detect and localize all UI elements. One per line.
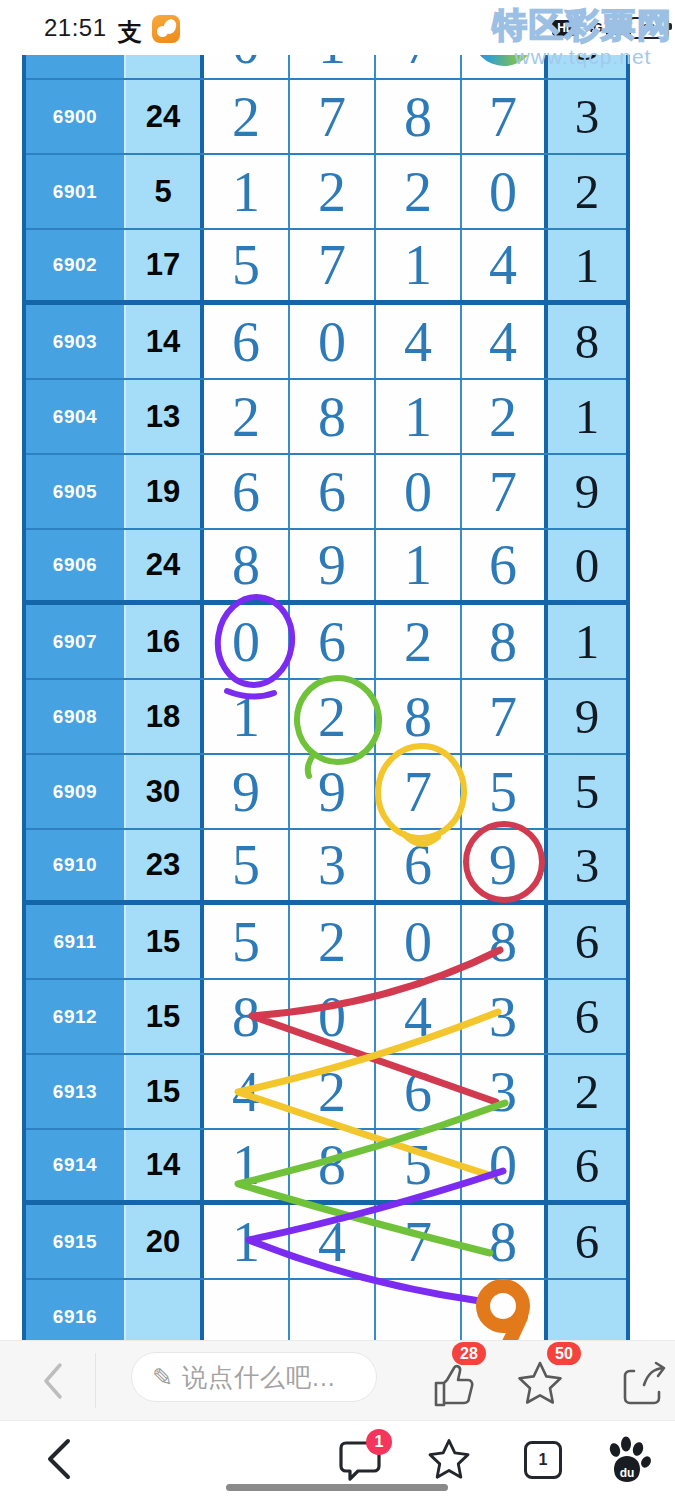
digit-cell-value: 4 — [489, 310, 517, 374]
tail-digit-cell-value: 1 — [575, 388, 600, 445]
digit-cell-value: 8 — [318, 385, 346, 449]
digit-cell: 1 — [204, 1205, 290, 1278]
digit-cell: 0 — [204, 605, 290, 678]
sum-cell: 15 — [126, 1055, 204, 1128]
period-cell: 6912 — [26, 980, 126, 1053]
like-button[interactable] — [428, 1359, 480, 1411]
sum-cell: 15 — [126, 980, 204, 1053]
comment-input[interactable]: ✎ 说点什么吧... — [131, 1352, 377, 1402]
table-row: 69031460448 — [26, 305, 626, 380]
table-row: 69021757141 — [26, 230, 626, 305]
status-icons: HD 4G 36 — [552, 17, 669, 39]
digit-cell-value: 1 — [232, 685, 260, 749]
tail-digit-cell-value: 9 — [575, 463, 600, 520]
digit-cell-value: 7 — [489, 85, 517, 149]
tail-digit-cell-value: 1 — [575, 237, 600, 294]
period-cell: 6904 — [26, 380, 126, 453]
tail-digit-cell: 1 — [548, 605, 626, 678]
period-cell-value: 6908 — [53, 706, 97, 728]
digit-cell: 3 — [462, 980, 548, 1053]
digit-cell-value: 8 — [232, 533, 260, 597]
digit-cell-value: 8 — [489, 910, 517, 974]
bookmark-star-button[interactable] — [426, 1437, 472, 1483]
tail-digit-cell-value: 6 — [575, 988, 600, 1045]
home-indicator[interactable] — [226, 1484, 448, 1491]
pencil-icon: ✎ — [152, 1363, 173, 1392]
tail-digit-cell: 6 — [548, 980, 626, 1053]
table-row: 69102353693 — [26, 830, 626, 905]
digit-cell-value: 6 — [318, 610, 346, 674]
period-cell: 6908 — [26, 680, 126, 753]
table-row: 69111552086 — [26, 905, 626, 980]
app-screen: 21:51 支 HD 4G 36 特区彩票网 www.tqcp.net 0178… — [0, 0, 675, 1500]
sum-cell-value: 15 — [146, 1074, 180, 1110]
period-cell-value: 6911 — [53, 931, 96, 953]
digit-cell: 6 — [290, 455, 376, 528]
table-row: 69051966079 — [26, 455, 626, 530]
sum-cell — [126, 1280, 204, 1340]
comment-bar: ✎ 说点什么吧... 28 50 — [0, 1340, 675, 1421]
sum-cell: 18 — [126, 680, 204, 753]
digit-cell-value: 7 — [404, 760, 432, 824]
sum-cell: 19 — [126, 455, 204, 528]
sum-cell: 20 — [126, 1205, 204, 1278]
hd-icon: HD — [552, 20, 579, 36]
digit-cell-value: 0 — [404, 460, 432, 524]
digit-cell-value: 2 — [318, 685, 346, 749]
tail-digit-cell-value: 6 — [575, 913, 600, 970]
sum-cell-value: 24 — [146, 547, 180, 583]
table-row: 6901512202 — [26, 155, 626, 230]
sum-cell: 14 — [126, 305, 204, 378]
digit-cell-value: 2 — [318, 160, 346, 224]
sum-cell-value: 30 — [146, 774, 180, 810]
period-cell: 6914 — [26, 1130, 126, 1200]
share-button[interactable] — [620, 1359, 670, 1409]
digit-cell: 1 — [376, 530, 462, 600]
battery-icon: 36 — [629, 17, 669, 39]
digit-cell-value: 4 — [489, 233, 517, 297]
digit-cell-value: 0 — [232, 610, 260, 674]
sum-cell-value: 15 — [146, 999, 180, 1035]
digit-cell: 4 — [376, 980, 462, 1053]
tail-digit-cell-value: 2 — [575, 1063, 600, 1120]
digit-cell — [462, 1280, 548, 1340]
period-cell: 6900 — [26, 80, 126, 153]
digit-cell: 5 — [462, 755, 548, 828]
digit-cell: 6 — [462, 530, 548, 600]
tail-digit-cell: 9 — [548, 680, 626, 753]
digit-cell: 0 — [376, 455, 462, 528]
digit-cell-value: 0 — [232, 55, 260, 76]
tail-digit-cell-value: 3 — [575, 55, 600, 72]
period-cell-value: 6906 — [53, 554, 97, 576]
favorite-button[interactable] — [514, 1358, 566, 1410]
digit-cell-value: 4 — [232, 1060, 260, 1124]
digit-cell-value: 1 — [404, 533, 432, 597]
alipay-icon: 支 — [118, 16, 142, 48]
digit-cell: 6 — [290, 605, 376, 678]
tail-digit-cell: 9 — [548, 455, 626, 528]
tail-digit-cell — [548, 1280, 626, 1340]
digit-cell: 1 — [204, 680, 290, 753]
digit-cell: 0 — [290, 980, 376, 1053]
digit-cell: 7 — [462, 680, 548, 753]
table-row: 69041328121 — [26, 380, 626, 455]
digit-cell: 8 — [462, 905, 548, 978]
sum-cell: 16 — [126, 605, 204, 678]
sum-cell-value: 23 — [146, 847, 180, 883]
sum-cell: 24 — [126, 80, 204, 153]
digit-cell: 7 — [462, 80, 548, 153]
digit-cell-value: 7 — [489, 460, 517, 524]
digit-cell — [376, 1280, 462, 1340]
digit-cell-value: 4 — [404, 310, 432, 374]
digit-cell: 2 — [290, 155, 376, 228]
period-cell-value: 6916 — [53, 1306, 97, 1328]
period-cell: 6915 — [26, 1205, 126, 1278]
network-type-label: 4G — [586, 22, 602, 34]
digit-cell: 4 — [462, 305, 548, 378]
sum-cell: 23 — [126, 830, 204, 900]
digit-cell-value: 0 — [489, 1133, 517, 1197]
table-row: 69141418506 — [26, 1130, 626, 1205]
sum-cell-value: 20 — [146, 1224, 180, 1260]
digit-cell: 9 — [204, 755, 290, 828]
tab-count: 1 — [539, 1451, 548, 1469]
tail-digit-cell-value: 1 — [575, 613, 600, 670]
period-cell-value: 6904 — [53, 406, 97, 428]
favorite-count-badge: 50 — [547, 1342, 581, 1365]
uc-browser-app-icon — [152, 15, 180, 43]
digit-cell-value: 6 — [404, 833, 432, 897]
digit-cell: 0 — [204, 55, 290, 78]
digit-cell: 6 — [376, 1055, 462, 1128]
sum-cell-value: 17 — [146, 247, 180, 283]
battery-percent: 36 — [643, 22, 655, 34]
period-cell-value: 6902 — [53, 254, 97, 276]
digit-cell-value: 3 — [489, 1060, 517, 1124]
tail-digit-cell: 3 — [548, 55, 626, 78]
digit-cell: 4 — [376, 305, 462, 378]
tail-digit-cell: 1 — [548, 230, 626, 300]
table-row: 69121580436 — [26, 980, 626, 1055]
digit-cell-value: 2 — [318, 1060, 346, 1124]
digit-cell: 0 — [290, 305, 376, 378]
period-cell: 6910 — [26, 830, 126, 900]
digit-cell: 2 — [376, 155, 462, 228]
digit-cell: 8 — [376, 80, 462, 153]
digit-cell: 8 — [204, 980, 290, 1053]
digit-cell — [204, 1280, 290, 1340]
digit-cell-value: 2 — [232, 85, 260, 149]
digit-cell: 5 — [204, 230, 290, 300]
tail-digit-cell-value: 3 — [575, 88, 600, 145]
tail-digit-cell: 3 — [548, 830, 626, 900]
digit-cell-value: 9 — [232, 760, 260, 824]
digit-cell-value: 7 — [318, 233, 346, 297]
tail-digit-cell: 2 — [548, 155, 626, 228]
tail-digit-cell: 3 — [548, 80, 626, 153]
digit-cell: 6 — [376, 830, 462, 900]
table-row: 69062489160 — [26, 530, 626, 605]
table-row: 69081812879 — [26, 680, 626, 755]
digit-cell: 1 — [376, 230, 462, 300]
sum-cell-value: 18 — [146, 699, 180, 735]
digit-cell-value: 0 — [318, 985, 346, 1049]
period-cell: 6907 — [26, 605, 126, 678]
digit-cell-value: 5 — [489, 760, 517, 824]
digit-cell: 8 — [462, 1205, 548, 1278]
status-bar: 21:51 支 HD 4G 36 — [0, 0, 675, 55]
digit-cell-value: 1 — [232, 1133, 260, 1197]
sum-cell: 24 — [126, 530, 204, 600]
digit-cell-value: 8 — [318, 1133, 346, 1197]
period-cell: 6901 — [26, 155, 126, 228]
tail-digit-cell-value: 3 — [575, 837, 600, 894]
digit-cell: 1 — [290, 55, 376, 78]
tail-digit-cell: 6 — [548, 905, 626, 978]
digit-cell: 2 — [290, 680, 376, 753]
sum-cell — [126, 55, 204, 78]
digit-cell-value: 1 — [404, 385, 432, 449]
digit-cell: 2 — [290, 905, 376, 978]
digit-cell-value: 2 — [404, 610, 432, 674]
tail-digit-cell: 8 — [548, 305, 626, 378]
period-cell-value: 6900 — [53, 106, 97, 128]
digit-cell-value: 6 — [232, 460, 260, 524]
digit-cell-value: 5 — [232, 833, 260, 897]
digit-cell-value: 3 — [318, 833, 346, 897]
digit-cell: 2 — [462, 380, 548, 453]
digit-cell: 0 — [462, 155, 548, 228]
digit-cell: 8 — [290, 380, 376, 453]
period-cell: 6916 — [26, 1280, 126, 1340]
tabs-button[interactable]: 1 — [524, 1441, 562, 1479]
digit-cell-value: 8 — [489, 1210, 517, 1274]
sum-cell-value: 24 — [146, 99, 180, 135]
period-cell: 6905 — [26, 455, 126, 528]
comment-placeholder: 说点什么吧... — [182, 1361, 336, 1394]
digit-cell-value: 7 — [404, 1210, 432, 1274]
sum-cell: 13 — [126, 380, 204, 453]
period-cell: 6909 — [26, 755, 126, 828]
digit-cell: 6 — [204, 305, 290, 378]
period-cell-value: 6907 — [53, 631, 97, 653]
digit-cell: 5 — [204, 830, 290, 900]
digit-cell: 2 — [204, 380, 290, 453]
tail-digit-cell-value: 2 — [575, 163, 600, 220]
digit-cell: 3 — [290, 830, 376, 900]
sum-cell: 17 — [126, 230, 204, 300]
tail-digit-cell: 0 — [548, 530, 626, 600]
sum-cell-value: 15 — [146, 924, 180, 960]
like-count-badge: 28 — [452, 1342, 486, 1365]
table-row: 69152014786 — [26, 1205, 626, 1280]
period-cell: 6911 — [26, 905, 126, 978]
digit-cell — [290, 1280, 376, 1340]
digit-cell: 8 — [462, 605, 548, 678]
period-cell-value: 6913 — [53, 1081, 97, 1103]
digit-cell-value: 0 — [489, 160, 517, 224]
digit-cell-value: 6 — [489, 533, 517, 597]
digit-cell-value: 5 — [404, 1133, 432, 1197]
digit-cell: 1 — [204, 1130, 290, 1200]
digit-cell-value: 6 — [404, 1060, 432, 1124]
table-row: 6916 — [26, 1280, 626, 1340]
digit-cell: 4 — [204, 1055, 290, 1128]
table-row: 01783 — [26, 55, 626, 80]
period-cell-value: 6910 — [53, 854, 97, 876]
digit-cell: 2 — [290, 1055, 376, 1128]
sum-cell-value: 14 — [146, 1147, 180, 1183]
digit-cell-value: 9 — [489, 833, 517, 897]
sum-cell-value: 5 — [154, 174, 171, 210]
digit-cell: 7 — [290, 80, 376, 153]
digit-cell-value: 0 — [404, 910, 432, 974]
digit-cell-value: 8 — [489, 610, 517, 674]
period-cell-value: 6909 — [53, 781, 97, 803]
digit-cell-value: 2 — [489, 385, 517, 449]
signal-icon: 4G — [586, 21, 622, 35]
digit-cell: 2 — [204, 80, 290, 153]
digit-cell: 5 — [204, 905, 290, 978]
digit-cell: 9 — [290, 755, 376, 828]
digit-cell: 7 — [376, 55, 462, 78]
period-cell-value: 6905 — [53, 481, 97, 503]
back-button[interactable] — [42, 1435, 76, 1483]
digit-cell: 8 — [290, 1130, 376, 1200]
tail-digit-cell-value: 6 — [575, 1213, 600, 1270]
clock: 21:51 — [44, 14, 107, 42]
digit-cell-value: 0 — [318, 310, 346, 374]
digit-cell-value: 4 — [404, 985, 432, 1049]
digit-cell: 3 — [462, 1055, 548, 1128]
digit-cell: 9 — [290, 530, 376, 600]
table-row: 69131542632 — [26, 1055, 626, 1130]
period-cell-value: 6901 — [53, 181, 97, 203]
digit-cell-value: 1 — [232, 1210, 260, 1274]
digit-cell-value: 5 — [232, 233, 260, 297]
period-cell-value: 6903 — [53, 331, 97, 353]
tail-digit-cell-value: 0 — [575, 537, 600, 594]
digit-cell-value: 4 — [318, 1210, 346, 1274]
collapse-chevron-icon[interactable] — [38, 1359, 68, 1403]
period-cell: 6913 — [26, 1055, 126, 1128]
sum-cell-value: 13 — [146, 399, 180, 435]
digit-cell-value: 7 — [318, 85, 346, 149]
digit-cell: 7 — [376, 755, 462, 828]
table-row: 69002427873 — [26, 80, 626, 155]
digit-cell: 7 — [462, 455, 548, 528]
digit-cell-value: 6 — [318, 460, 346, 524]
digit-cell-value: 9 — [318, 533, 346, 597]
comments-count-badge: 1 — [366, 1429, 392, 1455]
digit-cell-value: 1 — [404, 233, 432, 297]
digit-cell-value: 8 — [404, 685, 432, 749]
period-cell-value: 6912 — [53, 1006, 97, 1028]
digit-cell: 5 — [376, 1130, 462, 1200]
digit-cell-value: 2 — [232, 385, 260, 449]
digit-cell: 1 — [376, 380, 462, 453]
tail-digit-cell-value: 5 — [575, 763, 600, 820]
sum-cell-value: 19 — [146, 474, 180, 510]
digit-cell-value: 3 — [489, 985, 517, 1049]
chart-scroll-area[interactable]: 0178369002427873690151220269021757141690… — [22, 55, 630, 1340]
tail-digit-cell: 6 — [548, 1130, 626, 1200]
period-cell-value: 6915 — [53, 1231, 97, 1253]
digit-cell: 7 — [290, 230, 376, 300]
table-row: 69071606281 — [26, 605, 626, 680]
period-cell — [26, 55, 126, 78]
digit-cell-value: 7 — [489, 685, 517, 749]
sum-cell: 14 — [126, 1130, 204, 1200]
digit-cell-value: 2 — [318, 910, 346, 974]
digit-cell: 4 — [290, 1205, 376, 1278]
tail-digit-cell: 1 — [548, 380, 626, 453]
digit-cell: 7 — [376, 1205, 462, 1278]
baidu-paw-button[interactable]: du — [604, 1435, 652, 1485]
sum-cell-value: 16 — [146, 624, 180, 660]
table-row: 69093099755 — [26, 755, 626, 830]
tail-digit-cell-value: 8 — [575, 313, 600, 370]
sum-cell-value: 14 — [146, 324, 180, 360]
period-cell-value: 6914 — [53, 1154, 97, 1176]
divider — [95, 1353, 96, 1408]
digit-cell: 8 — [376, 680, 462, 753]
tail-digit-cell: 2 — [548, 1055, 626, 1128]
digit-cell: 2 — [376, 605, 462, 678]
tail-digit-cell: 5 — [548, 755, 626, 828]
digit-cell: 0 — [376, 905, 462, 978]
svg-text:du: du — [620, 1466, 635, 1480]
period-cell: 6906 — [26, 530, 126, 600]
digit-cell: 6 — [204, 455, 290, 528]
digit-cell: 8 — [204, 530, 290, 600]
digit-cell-value: 9 — [318, 760, 346, 824]
digit-cell-value: 1 — [318, 55, 346, 76]
digit-cell-value: 1 — [232, 160, 260, 224]
digit-cell: 9 — [462, 830, 548, 900]
digit-cell: 1 — [204, 155, 290, 228]
digit-cell-value: 5 — [232, 910, 260, 974]
period-cell: 6902 — [26, 230, 126, 300]
digit-cell-value: 7 — [404, 55, 432, 76]
tail-digit-cell-value: 9 — [575, 688, 600, 745]
sum-cell: 15 — [126, 905, 204, 978]
sum-cell: 30 — [126, 755, 204, 828]
tail-digit-cell-value: 6 — [575, 1137, 600, 1194]
digit-cell-value: 2 — [404, 160, 432, 224]
digit-cell: 0 — [462, 1130, 548, 1200]
tail-digit-cell: 6 — [548, 1205, 626, 1278]
period-cell: 6903 — [26, 305, 126, 378]
digit-cell-value: 8 — [404, 85, 432, 149]
digit-cell: 4 — [462, 230, 548, 300]
digit-cell-value: 6 — [232, 310, 260, 374]
sum-cell: 5 — [126, 155, 204, 228]
digit-cell-value: 8 — [232, 985, 260, 1049]
